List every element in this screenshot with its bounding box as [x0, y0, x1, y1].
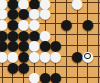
grid-line-vertical [87, 0, 88, 83]
white-stone: ● [83, 51, 93, 61]
white-stone: ● [72, 0, 82, 8]
black-stone: ● [83, 19, 93, 29]
grid-line-vertical [77, 0, 78, 83]
black-stone: ● [51, 72, 61, 82]
white-stone: ● [40, 8, 50, 18]
white-stone: ● [51, 51, 61, 61]
grid-line-vertical [66, 0, 67, 83]
grid-line-vertical [98, 0, 99, 83]
black-stone: ● [61, 19, 71, 29]
go-board[interactable]: ●●●●●●●●●●●●●●●●●●●●●●●●●●●●●●●●●●●●●●●●… [0, 0, 100, 83]
